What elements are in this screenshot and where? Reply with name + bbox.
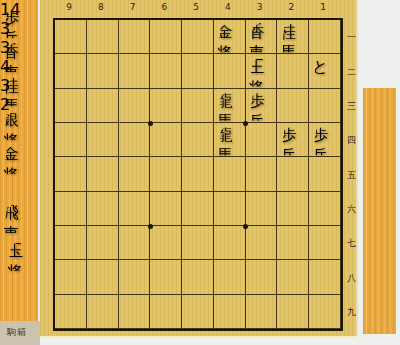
gote-hand-tray[interactable]: 歩兵14香車3桂馬3銀将4金将3飛車2玉将: [0, 0, 38, 321]
square-5f[interactable]: [182, 192, 214, 226]
square-3d[interactable]: [246, 123, 278, 157]
square-2h[interactable]: [277, 260, 309, 294]
piece-kanji: 桂: [3, 76, 19, 95]
square-8e[interactable]: [87, 157, 119, 191]
piece-kanji: と: [312, 57, 328, 76]
piece-kanji: 金: [3, 144, 19, 163]
board-grid: 金将香車桂馬王将と龍馬歩兵龍馬歩兵歩兵: [53, 18, 343, 331]
piece-gote-king-3b[interactable]: 王将: [249, 57, 275, 87]
piece-face: 桂馬: [280, 22, 306, 52]
square-5h[interactable]: [182, 260, 214, 294]
square-2i[interactable]: [277, 295, 309, 329]
square-6g[interactable]: [150, 226, 182, 260]
star-point: [243, 224, 248, 229]
square-3g[interactable]: [246, 226, 278, 260]
square-6b[interactable]: [150, 54, 182, 88]
hand-piece-silver[interactable]: 銀将: [3, 110, 29, 140]
square-6i[interactable]: [150, 295, 182, 329]
file-label-5: 5: [180, 2, 212, 12]
piece-face: 王将: [249, 57, 275, 87]
square-1c[interactable]: [309, 89, 341, 123]
piece-face: 歩兵: [3, 8, 29, 38]
square-7a[interactable]: [119, 20, 151, 54]
square-6c[interactable]: [150, 89, 182, 123]
piece-face: 香車: [249, 22, 275, 52]
file-label-4: 4: [212, 2, 244, 12]
square-1h[interactable]: [309, 260, 341, 294]
hand-piece-gold[interactable]: 金将: [3, 144, 29, 174]
file-label-8: 8: [85, 2, 117, 12]
square-8c[interactable]: [87, 89, 119, 123]
piece-kanji: 歩: [3, 8, 19, 27]
box-piece-king[interactable]: 玉将: [7, 241, 33, 271]
square-1e[interactable]: [309, 157, 341, 191]
file-label-9: 9: [53, 2, 85, 12]
square-2b[interactable]: [277, 54, 309, 88]
sente-hand-tray[interactable]: [363, 88, 396, 334]
rank-label-2: 二: [345, 66, 358, 79]
piece-kanji: 玉: [7, 241, 23, 260]
rank-label-6: 六: [345, 203, 358, 216]
piece-face: 歩兵: [312, 125, 338, 155]
file-labels: 987654321: [53, 2, 340, 16]
piece-face: 歩兵: [280, 125, 306, 155]
square-2g[interactable]: [277, 226, 309, 260]
piece-sente-tokin-1b[interactable]: と: [312, 57, 338, 87]
square-7d[interactable]: [119, 123, 151, 157]
square-5b[interactable]: [182, 54, 214, 88]
piece-gote-knight-2a[interactable]: 桂馬: [280, 22, 306, 52]
piece-face: 龍馬: [217, 125, 243, 155]
star-point: [148, 121, 153, 126]
square-6d[interactable]: [150, 123, 182, 157]
square-4i[interactable]: [214, 295, 246, 329]
rank-label-4: 四: [345, 134, 358, 147]
square-7c[interactable]: [119, 89, 151, 123]
square-9g[interactable]: [55, 226, 87, 260]
piece-kanji: 香: [3, 42, 19, 61]
box-piece-rook[interactable]: 飛車: [3, 203, 29, 233]
piece-sente-pawn-2d[interactable]: 歩兵: [280, 125, 306, 155]
square-4g[interactable]: [214, 226, 246, 260]
square-5e[interactable]: [182, 157, 214, 191]
square-6a[interactable]: [150, 20, 182, 54]
file-label-1: 1: [307, 2, 339, 12]
square-8f[interactable]: [87, 192, 119, 226]
rank-labels: 一二三四五六七八九: [345, 18, 358, 331]
square-5d[interactable]: [182, 123, 214, 157]
piece-kanji: 歩: [280, 125, 296, 144]
square-7b[interactable]: [119, 54, 151, 88]
square-5a[interactable]: [182, 20, 214, 54]
piece-sente-pawn-1d[interactable]: 歩兵: [312, 125, 338, 155]
square-5c[interactable]: [182, 89, 214, 123]
piece-kanji: 龍: [217, 91, 233, 110]
rank-label-9: 九: [345, 306, 358, 319]
piece-kanji: 龍: [217, 125, 233, 144]
piece-kanji: 桂: [280, 22, 296, 41]
piece-face: 銀将: [3, 110, 29, 140]
square-4e[interactable]: [214, 157, 246, 191]
square-1a[interactable]: [309, 20, 341, 54]
piece-kanji: 歩: [312, 125, 328, 144]
star-point: [148, 224, 153, 229]
square-8g[interactable]: [87, 226, 119, 260]
square-2e[interactable]: [277, 157, 309, 191]
piece-face: と: [312, 57, 338, 87]
square-4h[interactable]: [214, 260, 246, 294]
star-point: [243, 121, 248, 126]
square-9h[interactable]: [55, 260, 87, 294]
piece-gote-gold-4a[interactable]: 金将: [217, 22, 243, 52]
square-9d[interactable]: [55, 123, 87, 157]
piece-sente-horse-4d[interactable]: 龍馬: [217, 125, 243, 155]
piece-face: 金将: [217, 22, 243, 52]
square-4f[interactable]: [214, 192, 246, 226]
shogi-app-window: 歩兵14香車3桂馬3銀将4金将3飛車2玉将 駒箱 987654321 金将香車桂…: [0, 0, 400, 345]
square-7e[interactable]: [119, 157, 151, 191]
piece-face: 桂馬: [3, 76, 29, 106]
piece-kanji: 銀: [3, 110, 19, 129]
square-3f[interactable]: [246, 192, 278, 226]
square-3i[interactable]: [246, 295, 278, 329]
piece-kanji: 将: [7, 262, 23, 281]
square-2c[interactable]: [277, 89, 309, 123]
square-8h[interactable]: [87, 260, 119, 294]
file-label-2: 2: [275, 2, 307, 12]
rank-label-5: 五: [345, 169, 358, 182]
file-label-7: 7: [117, 2, 149, 12]
square-1g[interactable]: [309, 226, 341, 260]
piece-face: 飛車: [3, 203, 29, 233]
piece-kanji: 金: [217, 22, 233, 41]
rank-label-3: 三: [345, 100, 358, 113]
piece-gote-lance-3a[interactable]: 香車: [249, 22, 275, 52]
square-7h[interactable]: [119, 260, 151, 294]
piece-kanji: 王: [249, 57, 265, 76]
square-9f[interactable]: [55, 192, 87, 226]
rank-label-7: 七: [345, 237, 358, 250]
square-3e[interactable]: [246, 157, 278, 191]
square-2f[interactable]: [277, 192, 309, 226]
piece-box-label: 駒箱: [7, 326, 37, 339]
piece-sente-pawn-3c[interactable]: 歩兵: [249, 91, 275, 121]
square-7f[interactable]: [119, 192, 151, 226]
piece-kanji: 香: [249, 22, 265, 41]
square-5i[interactable]: [182, 295, 214, 329]
piece-kanji: 歩: [249, 91, 265, 110]
square-6h[interactable]: [150, 260, 182, 294]
hand-piece-lance[interactable]: 香車: [3, 42, 29, 72]
square-9a[interactable]: [55, 20, 87, 54]
square-9b[interactable]: [55, 54, 87, 88]
square-8i[interactable]: [87, 295, 119, 329]
piece-sente-horse-4c[interactable]: 龍馬: [217, 91, 243, 121]
hand-piece-knight[interactable]: 桂馬: [3, 76, 29, 106]
square-8d[interactable]: [87, 123, 119, 157]
piece-face: 歩兵: [249, 91, 275, 121]
square-5g[interactable]: [182, 226, 214, 260]
square-9c[interactable]: [55, 89, 87, 123]
square-6e[interactable]: [150, 157, 182, 191]
rank-label-1: 一: [345, 31, 358, 44]
piece-kanji: 将: [3, 165, 19, 184]
square-7i[interactable]: [119, 295, 151, 329]
square-6f[interactable]: [150, 192, 182, 226]
square-4b[interactable]: [214, 54, 246, 88]
square-7g[interactable]: [119, 226, 151, 260]
square-1i[interactable]: [309, 295, 341, 329]
hand-piece-pawn[interactable]: 歩兵: [3, 8, 29, 38]
square-9i[interactable]: [55, 295, 87, 329]
file-label-3: 3: [244, 2, 276, 12]
rank-label-8: 八: [345, 272, 358, 285]
square-1f[interactable]: [309, 192, 341, 226]
piece-face: 龍馬: [217, 91, 243, 121]
square-8a[interactable]: [87, 20, 119, 54]
square-8b[interactable]: [87, 54, 119, 88]
piece-face: 香車: [3, 42, 29, 72]
file-label-6: 6: [148, 2, 180, 12]
piece-kanji: 飛: [3, 203, 19, 222]
piece-face: 金将: [3, 144, 29, 174]
square-3h[interactable]: [246, 260, 278, 294]
piece-face: 玉将: [7, 241, 33, 271]
square-9e[interactable]: [55, 157, 87, 191]
board-panel: 987654321 金将香車桂馬王将と龍馬歩兵龍馬歩兵歩兵 一二三四五六七八九: [40, 0, 358, 338]
